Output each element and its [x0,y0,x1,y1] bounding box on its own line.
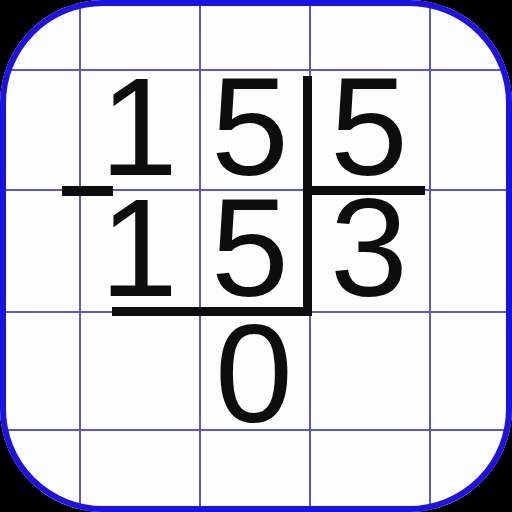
worksheet-tile: 1 5 5 1 5 3 0 [0,0,512,512]
cell-quotient: 3 [299,178,439,318]
cell-remainder: 0 [184,304,324,444]
app-icon-canvas: 1 5 5 1 5 3 0 [0,0,512,512]
